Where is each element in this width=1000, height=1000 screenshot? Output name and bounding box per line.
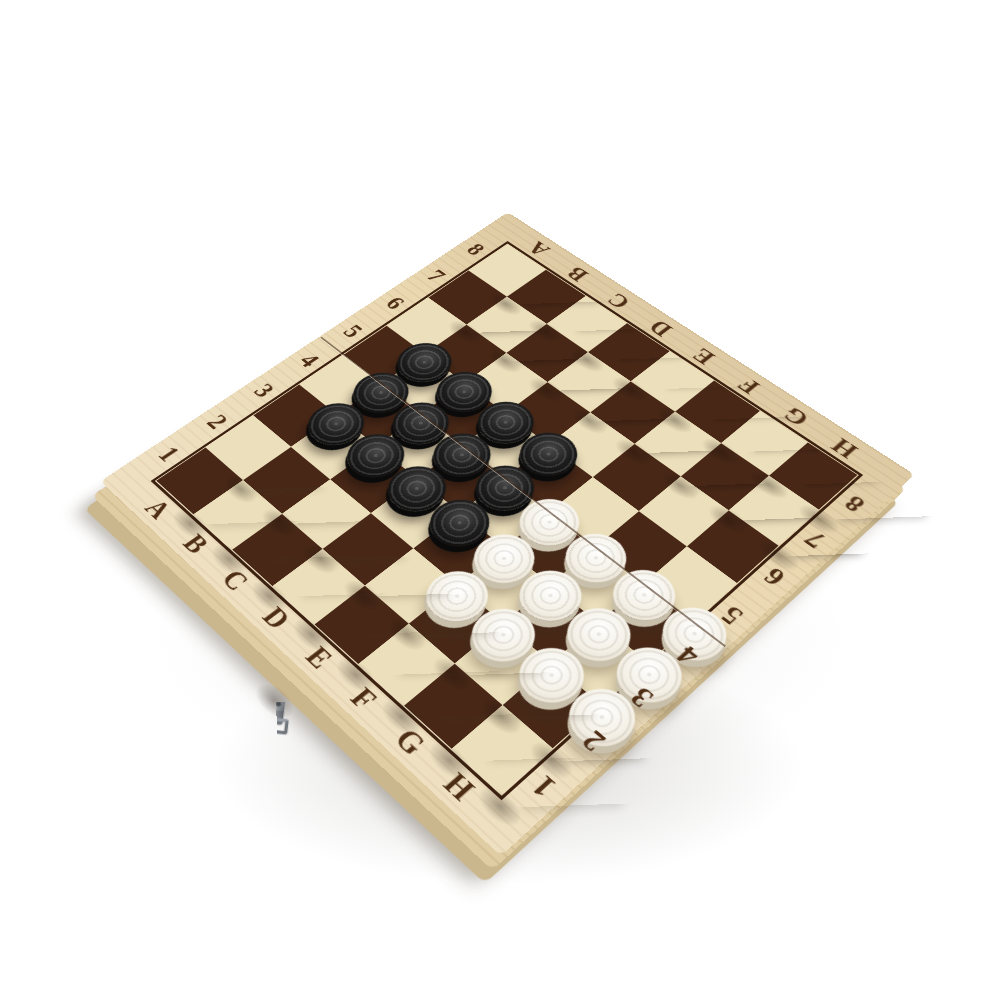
clasp-hook — [263, 717, 289, 735]
clasp-screw — [276, 701, 282, 707]
product-photo-scene: ♜♞♝♛♚♝♞♜♟♟♟♟♟♟♟♟♟♟♟♟♟♟♟♟♜♞♝♛♚♝♞♜ AABBCCD… — [0, 0, 1000, 1000]
